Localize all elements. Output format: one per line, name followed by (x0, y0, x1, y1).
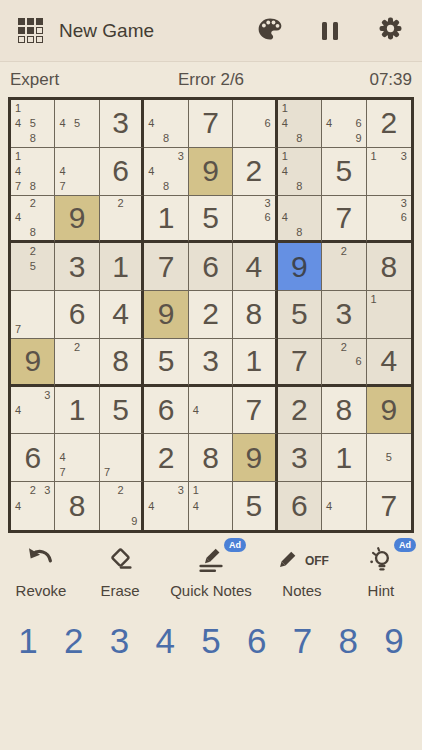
cell-value: 6 (24, 443, 41, 473)
cell-value: 2 (158, 443, 175, 473)
cell-r6c6[interactable]: 1 (233, 339, 277, 387)
cell-value: 8 (246, 299, 263, 329)
cell-value: 9 (380, 395, 397, 425)
pause-icon (322, 22, 338, 40)
note-digit: 4 (191, 403, 204, 418)
cell-r2c7[interactable]: 148 (278, 148, 322, 196)
note-digit: 4 (57, 116, 70, 131)
cell-r6c7[interactable]: 7 (278, 339, 322, 387)
cell-r9c8[interactable]: 4 (322, 482, 366, 530)
tool-label: Revoke (16, 582, 67, 599)
revoke-button[interactable]: Revoke (12, 545, 70, 599)
cell-value: 2 (202, 299, 219, 329)
cell-notes: 4 (191, 388, 230, 433)
top-bar: New Game (0, 0, 422, 62)
hint-bulb-icon (366, 544, 396, 578)
cell-value: 3 (112, 108, 129, 138)
ad-badge: Ad (394, 538, 416, 552)
cell-r9c1[interactable]: 234 (11, 482, 55, 530)
cell-value: 7 (291, 346, 308, 376)
cell-notes: 234 (13, 483, 52, 529)
note-digit: 4 (57, 164, 70, 179)
cell-notes: 29 (102, 483, 139, 529)
note-digit: 4 (280, 116, 293, 131)
cell-value: 3 (335, 299, 352, 329)
cell-r5c2[interactable]: 6 (55, 291, 99, 339)
gear-icon (377, 15, 404, 46)
note-digit: 2 (114, 197, 126, 211)
cell-value: 9 (158, 299, 175, 329)
cell-value: 1 (112, 252, 129, 282)
cell-value: 5 (158, 346, 175, 376)
cell-notes: 34 (146, 483, 185, 529)
notes-toggle-button[interactable]: OFF Notes (273, 545, 331, 599)
note-digit: 1 (13, 149, 26, 164)
note-digit: 7 (57, 465, 70, 480)
cell-r6c2[interactable]: 2 (55, 339, 99, 387)
note-digit: 3 (39, 388, 52, 403)
note-digit: 4 (146, 164, 159, 179)
cell-notes: 6 (235, 101, 272, 146)
cell-r9c4[interactable]: 34 (144, 482, 188, 530)
cell-value: 8 (69, 491, 86, 521)
note-digit: 2 (26, 244, 39, 259)
cell-r4c2[interactable]: 3 (55, 243, 99, 291)
cell-notes: 7 (102, 435, 139, 480)
note-digit: 3 (396, 197, 409, 211)
cell-value: 2 (291, 395, 308, 425)
cell-r2c4[interactable]: 348 (144, 148, 188, 196)
numpad-key-8[interactable]: 8 (336, 623, 360, 658)
cell-notes: 2 (57, 340, 96, 383)
cell-value: 6 (69, 299, 86, 329)
note-digit: 2 (26, 197, 39, 211)
note-digit: 5 (71, 116, 84, 131)
cell-value: 3 (69, 252, 86, 282)
cell-r2c5[interactable]: 9 (189, 148, 233, 196)
note-digit: 9 (127, 514, 139, 529)
cell-value: 9 (24, 346, 41, 376)
cell-r4c5[interactable]: 6 (189, 243, 233, 291)
cell-value: 2 (246, 156, 263, 186)
cell-value: 6 (112, 156, 129, 186)
cell-r7c3[interactable]: 5 (100, 387, 144, 435)
cell-r3c2[interactable]: 9 (55, 196, 99, 244)
cell-r8c2[interactable]: 47 (55, 434, 99, 482)
note-digit: 1 (280, 101, 293, 116)
cell-value: 9 (291, 252, 308, 282)
cell-notes: 148 (280, 149, 319, 194)
note-digit: 1 (13, 101, 26, 116)
cell-value: 8 (335, 395, 352, 425)
cell-r5c8[interactable]: 3 (322, 291, 366, 339)
cell-r7c4[interactable]: 6 (144, 387, 188, 435)
cell-r3c4[interactable]: 1 (144, 196, 188, 244)
notes-state-label: OFF (305, 554, 329, 568)
tool-label: Notes (282, 582, 321, 599)
cell-notes: 14 (191, 483, 230, 529)
note-digit: 5 (26, 116, 39, 131)
cell-r4c4[interactable]: 7 (144, 243, 188, 291)
settings-button[interactable] (376, 17, 404, 45)
cell-notes: 36 (369, 197, 409, 240)
cell-r5c1[interactable]: 7 (11, 291, 55, 339)
cell-r6c1[interactable]: 9 (11, 339, 55, 387)
note-digit: 4 (280, 211, 293, 225)
numpad-key-3[interactable]: 3 (108, 623, 132, 658)
note-digit: 4 (57, 450, 70, 465)
cell-notes: 47 (57, 149, 96, 194)
cell-r8c8[interactable]: 1 (322, 434, 366, 482)
cell-r1c3[interactable]: 3 (100, 100, 144, 148)
sudoku-board: 1458453487614846921478476348921485132489… (8, 97, 414, 533)
note-digit: 4 (280, 164, 293, 179)
cell-notes: 148 (280, 101, 319, 146)
cell-r5c5[interactable]: 2 (189, 291, 233, 339)
numpad-key-2[interactable]: 2 (62, 623, 86, 658)
cell-r4c8[interactable]: 2 (322, 243, 366, 291)
eraser-icon (105, 544, 135, 578)
note-digit: 4 (13, 498, 26, 513)
note-digit: 4 (13, 116, 26, 131)
cell-r8c1[interactable]: 6 (11, 434, 55, 482)
note-digit: 2 (337, 244, 350, 259)
note-digit: 7 (13, 322, 26, 337)
note-digit: 3 (260, 197, 272, 211)
note-digit: 6 (350, 116, 363, 131)
cell-r7c7[interactable]: 2 (278, 387, 322, 435)
cell-value: 3 (291, 443, 308, 473)
numpad-key-7[interactable]: 7 (291, 623, 315, 658)
cell-value: 6 (202, 252, 219, 282)
page-title: New Game (59, 20, 256, 42)
pause-button[interactable] (316, 17, 344, 45)
cell-notes: 47 (57, 435, 96, 480)
cell-r8c7[interactable]: 3 (278, 434, 322, 482)
cell-value: 7 (158, 252, 175, 282)
cell-value: 4 (246, 252, 263, 282)
cell-r2c1[interactable]: 1478 (11, 148, 55, 196)
note-digit: 4 (13, 211, 26, 225)
cell-notes: 48 (146, 101, 185, 146)
note-digit: 3 (39, 483, 52, 498)
note-digit: 8 (26, 131, 39, 146)
cell-r7c6[interactable]: 7 (233, 387, 277, 435)
note-digit: 9 (350, 131, 363, 146)
cell-notes: 25 (13, 244, 52, 289)
note-digit: 5 (26, 259, 39, 274)
cell-value: 8 (112, 346, 129, 376)
cell-r7c9[interactable]: 9 (367, 387, 411, 435)
cell-notes: 26 (324, 340, 363, 383)
tool-label: Erase (100, 582, 139, 599)
cell-value: 7 (380, 491, 397, 521)
note-digit: 1 (191, 483, 204, 498)
cell-r6c9[interactable]: 4 (367, 339, 411, 387)
cell-r4c1[interactable]: 25 (11, 243, 55, 291)
cell-r1c5[interactable]: 7 (189, 100, 233, 148)
cell-value: 1 (69, 395, 86, 425)
cell-value: 5 (112, 395, 129, 425)
cell-r3c3[interactable]: 2 (100, 196, 144, 244)
cell-r8c9[interactable]: 5 (367, 434, 411, 482)
quick-notes-icon (196, 544, 226, 578)
note-digit: 8 (293, 179, 306, 194)
note-digit: 7 (102, 465, 114, 480)
error-counter: Error 2/6 (144, 70, 278, 90)
note-digit: 6 (350, 354, 363, 368)
cell-r7c8[interactable]: 8 (322, 387, 366, 435)
cell-notes: 1 (369, 292, 409, 337)
cell-notes: 4 (324, 483, 363, 529)
difficulty-label: Expert (10, 70, 144, 90)
note-digit: 1 (280, 149, 293, 164)
cell-r3c7[interactable]: 48 (278, 196, 322, 244)
cell-value: 5 (291, 299, 308, 329)
cell-value: 1 (335, 443, 352, 473)
numpad-key-1[interactable]: 1 (16, 623, 40, 658)
timer: 07:39 (278, 70, 412, 90)
note-digit: 7 (57, 179, 70, 194)
cell-notes: 13 (369, 149, 409, 194)
note-digit: 7 (13, 179, 26, 194)
cell-r1c4[interactable]: 48 (144, 100, 188, 148)
cell-r2c3[interactable]: 6 (100, 148, 144, 196)
status-bar: Expert Error 2/6 07:39 (0, 62, 422, 97)
cell-value: 7 (335, 203, 352, 233)
cell-r9c2[interactable]: 8 (55, 482, 99, 530)
note-digit: 2 (26, 483, 39, 498)
cell-notes: 2 (324, 244, 363, 289)
cell-r2c6[interactable]: 2 (233, 148, 277, 196)
note-digit: 2 (71, 340, 84, 354)
note-digit: 3 (173, 483, 186, 498)
note-digit: 8 (293, 131, 306, 146)
cell-r1c1[interactable]: 1458 (11, 100, 55, 148)
cell-r4c9[interactable]: 8 (367, 243, 411, 291)
tool-label: Quick Notes (170, 582, 252, 599)
cell-r5c9[interactable]: 1 (367, 291, 411, 339)
note-digit: 3 (396, 149, 409, 164)
cell-value: 5 (202, 203, 219, 233)
cell-r9c3[interactable]: 29 (100, 482, 144, 530)
note-digit: 6 (260, 116, 272, 131)
cell-value: 4 (380, 346, 397, 376)
note-digit: 4 (13, 164, 26, 179)
cell-value: 5 (246, 491, 263, 521)
cell-r5c6[interactable]: 8 (233, 291, 277, 339)
note-digit: 4 (324, 116, 337, 131)
cell-r9c7[interactable]: 6 (278, 482, 322, 530)
cell-notes: 45 (57, 101, 96, 146)
undo-icon (26, 544, 56, 578)
numpad-key-5[interactable]: 5 (199, 623, 223, 658)
cell-value: 7 (246, 395, 263, 425)
note-digit: 8 (26, 179, 39, 194)
cell-r5c3[interactable]: 4 (100, 291, 144, 339)
cell-r2c2[interactable]: 47 (55, 148, 99, 196)
cell-value: 2 (380, 108, 397, 138)
palette-icon (256, 15, 284, 47)
cell-notes: 34 (13, 388, 52, 433)
cell-value: 9 (69, 203, 86, 233)
cell-r6c3[interactable]: 8 (100, 339, 144, 387)
cell-r6c5[interactable]: 3 (189, 339, 233, 387)
note-digit: 2 (114, 483, 126, 498)
cell-r7c1[interactable]: 34 (11, 387, 55, 435)
note-digit: 8 (26, 225, 39, 239)
note-digit: 1 (369, 292, 382, 307)
cell-r2c9[interactable]: 13 (367, 148, 411, 196)
erase-button[interactable]: Erase (91, 545, 149, 599)
cell-value: 9 (246, 443, 263, 473)
note-digit: 6 (396, 211, 409, 225)
menu-grid-icon[interactable] (18, 18, 43, 43)
number-pad: 123456789 (0, 599, 422, 658)
cell-notes: 48 (280, 197, 319, 240)
cell-r9c5[interactable]: 14 (189, 482, 233, 530)
cell-r6c4[interactable]: 5 (144, 339, 188, 387)
cell-notes: 248 (13, 197, 52, 240)
cell-r5c7[interactable]: 5 (278, 291, 322, 339)
cell-value: 6 (291, 491, 308, 521)
cell-r7c5[interactable]: 4 (189, 387, 233, 435)
note-digit: 8 (293, 225, 306, 239)
cell-r9c6[interactable]: 5 (233, 482, 277, 530)
note-digit: 4 (191, 498, 204, 513)
tool-label: Hint (368, 582, 395, 599)
note-digit: 8 (159, 131, 172, 146)
cell-value: 8 (380, 252, 397, 282)
cell-r4c7[interactable]: 9 (278, 243, 322, 291)
cell-r8c3[interactable]: 7 (100, 434, 144, 482)
note-digit: 1 (369, 149, 382, 164)
note-digit: 8 (159, 179, 172, 194)
theme-palette-button[interactable] (256, 17, 284, 45)
note-digit: 5 (382, 450, 395, 465)
numpad-key-6[interactable]: 6 (245, 623, 269, 658)
bottom-toolbar: Revoke Erase Ad Quick (0, 533, 422, 599)
numpad-key-4[interactable]: 4 (153, 623, 177, 658)
note-digit: 4 (324, 498, 337, 513)
cell-r3c8[interactable]: 7 (322, 196, 366, 244)
cell-r4c6[interactable]: 4 (233, 243, 277, 291)
cell-value: 1 (158, 203, 175, 233)
cell-r3c9[interactable]: 36 (367, 196, 411, 244)
ad-badge: Ad (224, 538, 246, 552)
cell-value: 6 (158, 395, 175, 425)
cell-value: 3 (202, 346, 219, 376)
quick-notes-button[interactable]: Ad Quick Notes (170, 545, 252, 599)
cell-r4c3[interactable]: 1 (100, 243, 144, 291)
cell-notes: 5 (369, 435, 409, 480)
cell-notes: 1478 (13, 149, 52, 194)
cell-notes: 348 (146, 149, 185, 194)
cell-value: 1 (246, 346, 263, 376)
cell-value: 5 (335, 156, 352, 186)
cell-value: 7 (202, 108, 219, 138)
cell-notes: 36 (235, 197, 272, 240)
cell-r8c4[interactable]: 2 (144, 434, 188, 482)
cell-r1c8[interactable]: 469 (322, 100, 366, 148)
cell-r6c8[interactable]: 26 (322, 339, 366, 387)
cell-notes: 469 (324, 101, 363, 146)
cell-r9c9[interactable]: 7 (367, 482, 411, 530)
cell-notes: 1458 (13, 101, 52, 146)
pencil-icon (275, 546, 301, 576)
cell-notes: 7 (13, 292, 52, 337)
note-digit: 4 (146, 498, 159, 513)
note-digit: 2 (337, 340, 350, 354)
note-digit: 6 (260, 211, 272, 225)
cell-value: 4 (112, 299, 129, 329)
cell-r7c2[interactable]: 1 (55, 387, 99, 435)
cell-r3c1[interactable]: 248 (11, 196, 55, 244)
cell-r3c5[interactable]: 5 (189, 196, 233, 244)
cell-r8c6[interactable]: 9 (233, 434, 277, 482)
cell-r8c5[interactable]: 8 (189, 434, 233, 482)
cell-r3c6[interactable]: 36 (233, 196, 277, 244)
cell-r1c7[interactable]: 148 (278, 100, 322, 148)
note-digit: 3 (173, 149, 186, 164)
note-digit: 4 (13, 403, 26, 418)
cell-value: 8 (202, 443, 219, 473)
cell-notes: 2 (102, 197, 139, 240)
cell-r1c9[interactable]: 2 (367, 100, 411, 148)
cell-value: 9 (202, 156, 219, 186)
note-digit: 4 (146, 116, 159, 131)
numpad-key-9[interactable]: 9 (382, 623, 406, 658)
cell-r1c6[interactable]: 6 (233, 100, 277, 148)
cell-r2c8[interactable]: 5 (322, 148, 366, 196)
hint-button[interactable]: Ad Hint (352, 545, 410, 599)
cell-r1c2[interactable]: 45 (55, 100, 99, 148)
cell-r5c4[interactable]: 9 (144, 291, 188, 339)
